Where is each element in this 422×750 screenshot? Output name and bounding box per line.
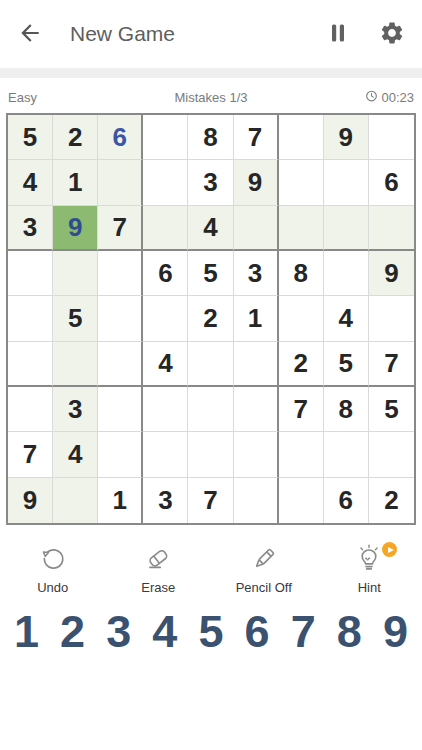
- header-divider: [0, 68, 422, 78]
- sudoku-board: 5268794139639746538952144257378574913762: [6, 113, 416, 525]
- settings-button[interactable]: [378, 20, 406, 48]
- numpad-9[interactable]: 9: [383, 609, 408, 654]
- pencil-label: Pencil Off: [236, 580, 292, 595]
- numpad-8[interactable]: 8: [337, 609, 362, 654]
- pencil-icon: [247, 543, 281, 575]
- cell-r8c4[interactable]: [143, 432, 188, 477]
- cell-r2c3[interactable]: [98, 160, 143, 205]
- cell-r5c5[interactable]: 2: [188, 296, 233, 341]
- cell-r1c1[interactable]: 5: [8, 115, 53, 160]
- clock-icon: [365, 89, 378, 105]
- cell-r3c5[interactable]: 4: [188, 206, 233, 251]
- numpad-7[interactable]: 7: [291, 609, 316, 654]
- eraser-icon: [141, 543, 175, 575]
- cell-r3c4[interactable]: [143, 206, 188, 251]
- cell-r5c8[interactable]: 4: [324, 296, 369, 341]
- erase-button[interactable]: Erase: [106, 543, 212, 595]
- erase-label: Erase: [141, 580, 175, 595]
- cell-r4c6[interactable]: 3: [234, 251, 279, 296]
- timer-value: 00:23: [381, 90, 414, 105]
- cell-r3c1[interactable]: 3: [8, 206, 53, 251]
- cell-r3c6[interactable]: [234, 206, 279, 251]
- cell-r2c5[interactable]: 3: [188, 160, 233, 205]
- cell-r4c1[interactable]: [8, 251, 53, 296]
- cell-r8c8[interactable]: [324, 432, 369, 477]
- cell-r6c1[interactable]: [8, 342, 53, 387]
- cell-r3c7[interactable]: [279, 206, 324, 251]
- cell-r5c3[interactable]: [98, 296, 143, 341]
- cell-r5c9[interactable]: [369, 296, 414, 341]
- cell-r8c6[interactable]: [234, 432, 279, 477]
- cell-r1c3[interactable]: 6: [98, 115, 143, 160]
- gear-icon: [379, 34, 405, 49]
- cell-r1c2[interactable]: 2: [53, 115, 98, 160]
- cell-r4c3[interactable]: [98, 251, 143, 296]
- hint-button[interactable]: Hint: [317, 543, 422, 595]
- cell-r7c8[interactable]: 8: [324, 387, 369, 432]
- cell-r7c2[interactable]: 3: [53, 387, 98, 432]
- cell-r9c9[interactable]: 2: [369, 478, 414, 523]
- timer: 00:23: [279, 89, 414, 105]
- cell-r4c7[interactable]: 8: [279, 251, 324, 296]
- numpad-6[interactable]: 6: [245, 609, 270, 654]
- cell-r6c5[interactable]: [188, 342, 233, 387]
- cell-r9c5[interactable]: 7: [188, 478, 233, 523]
- cell-r2c2[interactable]: 1: [53, 160, 98, 205]
- number-pad: 123456789: [0, 609, 422, 654]
- cell-r6c6[interactable]: [234, 342, 279, 387]
- cell-r2c6[interactable]: 9: [234, 160, 279, 205]
- pencil-toggle-button[interactable]: Pencil Off: [211, 543, 317, 595]
- cell-r6c4[interactable]: 4: [143, 342, 188, 387]
- status-row: Easy Mistakes 1/3 00:23: [0, 88, 422, 106]
- cell-r9c3[interactable]: 1: [98, 478, 143, 523]
- cell-r8c9[interactable]: [369, 432, 414, 477]
- difficulty-label: Easy: [8, 90, 143, 105]
- cell-r9c2[interactable]: [53, 478, 98, 523]
- cell-r5c2[interactable]: 5: [53, 296, 98, 341]
- cell-r4c4[interactable]: 6: [143, 251, 188, 296]
- hint-bulb-icon: [352, 543, 386, 575]
- cell-r8c7[interactable]: [279, 432, 324, 477]
- cell-r6c3[interactable]: [98, 342, 143, 387]
- cell-r1c8[interactable]: 9: [324, 115, 369, 160]
- cell-r5c7[interactable]: [279, 296, 324, 341]
- cell-r3c2[interactable]: 9: [53, 206, 98, 251]
- hint-ad-badge: [382, 542, 397, 557]
- back-button[interactable]: [16, 20, 44, 48]
- undo-label: Undo: [37, 580, 68, 595]
- mistakes-counter: Mistakes 1/3: [143, 90, 278, 105]
- undo-button[interactable]: Undo: [0, 543, 106, 595]
- numpad-4[interactable]: 4: [152, 609, 177, 654]
- cell-r9c6[interactable]: [234, 478, 279, 523]
- cell-r4c2[interactable]: [53, 251, 98, 296]
- cell-r8c2[interactable]: 4: [53, 432, 98, 477]
- page-title: New Game: [70, 22, 324, 46]
- cell-r6c7[interactable]: 2: [279, 342, 324, 387]
- app-bar: New Game: [0, 0, 422, 68]
- cell-r8c3[interactable]: [98, 432, 143, 477]
- cell-r1c5[interactable]: 8: [188, 115, 233, 160]
- cell-r6c2[interactable]: [53, 342, 98, 387]
- numpad-3[interactable]: 3: [106, 609, 131, 654]
- cell-r4c8[interactable]: [324, 251, 369, 296]
- back-arrow-icon: [17, 34, 43, 49]
- play-icon: [388, 547, 394, 553]
- numpad-1[interactable]: 1: [14, 609, 39, 654]
- cell-r6c8[interactable]: 5: [324, 342, 369, 387]
- cell-r5c6[interactable]: 1: [234, 296, 279, 341]
- cell-r1c4[interactable]: [143, 115, 188, 160]
- cell-r7c5[interactable]: [188, 387, 233, 432]
- cell-r3c8[interactable]: [324, 206, 369, 251]
- cell-r7c7[interactable]: 7: [279, 387, 324, 432]
- cell-r2c7[interactable]: [279, 160, 324, 205]
- cell-r2c1[interactable]: 4: [8, 160, 53, 205]
- cell-r1c7[interactable]: [279, 115, 324, 160]
- cell-r1c9[interactable]: [369, 115, 414, 160]
- cell-r7c6[interactable]: [234, 387, 279, 432]
- cell-r4c5[interactable]: 5: [188, 251, 233, 296]
- cell-r2c4[interactable]: [143, 160, 188, 205]
- cell-r9c4[interactable]: 3: [143, 478, 188, 523]
- cell-r9c7[interactable]: [279, 478, 324, 523]
- numpad-2[interactable]: 2: [60, 609, 85, 654]
- cell-r3c9[interactable]: [369, 206, 414, 251]
- pause-icon: [326, 33, 350, 48]
- cell-r5c4[interactable]: [143, 296, 188, 341]
- cell-r7c4[interactable]: [143, 387, 188, 432]
- cell-r7c3[interactable]: [98, 387, 143, 432]
- pause-button[interactable]: [324, 20, 352, 48]
- cell-r8c5[interactable]: [188, 432, 233, 477]
- hint-label: Hint: [358, 580, 381, 595]
- cell-r2c8[interactable]: [324, 160, 369, 205]
- numpad-5[interactable]: 5: [198, 609, 223, 654]
- undo-icon: [36, 543, 70, 575]
- cell-r8c1[interactable]: 7: [8, 432, 53, 477]
- cell-r9c8[interactable]: 6: [324, 478, 369, 523]
- cell-r4c9[interactable]: 9: [369, 251, 414, 296]
- cell-r7c1[interactable]: [8, 387, 53, 432]
- cell-r6c9[interactable]: 7: [369, 342, 414, 387]
- cell-r1c6[interactable]: 7: [234, 115, 279, 160]
- toolbar: Undo Erase Pencil Off: [0, 543, 422, 595]
- cell-r2c9[interactable]: 6: [369, 160, 414, 205]
- cell-r5c1[interactable]: [8, 296, 53, 341]
- cell-r9c1[interactable]: 9: [8, 478, 53, 523]
- cell-r3c3[interactable]: 7: [98, 206, 143, 251]
- cell-r7c9[interactable]: 5: [369, 387, 414, 432]
